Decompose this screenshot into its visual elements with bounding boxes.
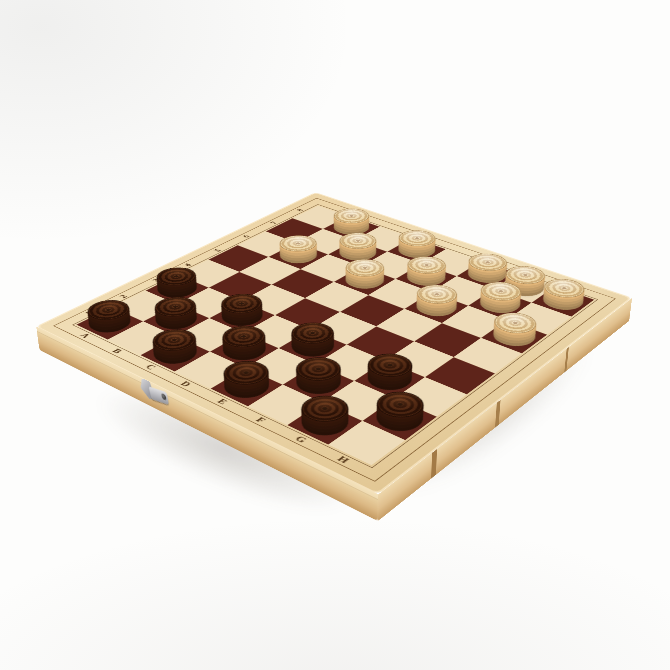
rank-label-5: 5: [212, 248, 223, 253]
file-label-B: B: [110, 347, 125, 355]
board-top: ABCDEFGH12345678: [35, 192, 632, 494]
file-label-D: D: [178, 379, 194, 387]
rank-label-8: 8: [294, 208, 305, 212]
rank-label-7: 7: [268, 221, 279, 225]
photo-background: ABCDEFGH12345678: [0, 0, 670, 670]
rank-label-2: 2: [117, 294, 129, 299]
folding-chess-box: ABCDEFGH12345678: [35, 192, 632, 494]
rank-label-6: 6: [240, 234, 251, 239]
file-label-H: H: [335, 454, 352, 464]
file-label-F: F: [254, 415, 269, 424]
checker-light-f6: [409, 294, 465, 321]
rank-label-4: 4: [181, 262, 193, 267]
